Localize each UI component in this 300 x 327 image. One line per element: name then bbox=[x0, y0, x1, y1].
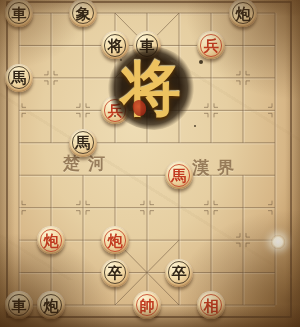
piece-black-cannon-f2r10[interactable]: 炮 bbox=[37, 291, 65, 319]
piece-black-elephant-f3r1[interactable]: 象 bbox=[69, 0, 97, 27]
piece-glyph: 車 bbox=[12, 298, 27, 313]
piece-glyph: 将 bbox=[108, 38, 123, 53]
piece-glyph: 車 bbox=[12, 6, 27, 21]
piece-red-cannon-f2r8[interactable]: 炮 bbox=[37, 226, 65, 254]
piece-glyph: 象 bbox=[76, 6, 91, 21]
piece-glyph: 炮 bbox=[44, 233, 59, 248]
piece-glyph: 炮 bbox=[44, 298, 59, 313]
piece-glyph: 車 bbox=[140, 38, 155, 53]
piece-black-soldier-f6r9[interactable]: 卒 bbox=[165, 259, 193, 287]
piece-black-horse-f3r5[interactable]: 馬 bbox=[69, 129, 97, 157]
piece-red-cannon-f4r8[interactable]: 炮 bbox=[101, 226, 129, 254]
piece-black-soldier-f4r9[interactable]: 卒 bbox=[101, 259, 129, 287]
piece-red-general-f5r10[interactable]: 帥 bbox=[133, 291, 161, 319]
piece-glyph: 卒 bbox=[172, 266, 187, 281]
piece-black-chariot-f1r1[interactable]: 車 bbox=[5, 0, 33, 27]
piece-glyph: 卒 bbox=[108, 266, 123, 281]
piece-red-elephant-f7r10[interactable]: 相 bbox=[197, 291, 225, 319]
piece-glyph: 馬 bbox=[172, 168, 187, 183]
piece-glyph: 相 bbox=[204, 298, 219, 313]
piece-glyph: 馬 bbox=[76, 136, 91, 151]
piece-glyph: 炮 bbox=[108, 233, 123, 248]
piece-black-horse-f1r3[interactable]: 馬 bbox=[5, 64, 33, 92]
xiangqi-board[interactable]: 楚河 漢界 車象炮将車兵馬兵馬馬炮炮卒卒車炮帥相 将 bbox=[0, 0, 300, 327]
piece-black-chariot-f1r10[interactable]: 車 bbox=[5, 291, 33, 319]
piece-glyph: 帥 bbox=[140, 298, 155, 313]
glow-dot bbox=[271, 235, 285, 249]
piece-black-cannon-f8r1[interactable]: 炮 bbox=[229, 0, 257, 27]
river-label-han: 漢界 bbox=[192, 156, 242, 179]
piece-glyph: 馬 bbox=[12, 71, 27, 86]
piece-glyph: 兵 bbox=[204, 38, 219, 53]
piece-glyph: 炮 bbox=[236, 6, 251, 21]
piece-glyph: 兵 bbox=[108, 103, 123, 118]
